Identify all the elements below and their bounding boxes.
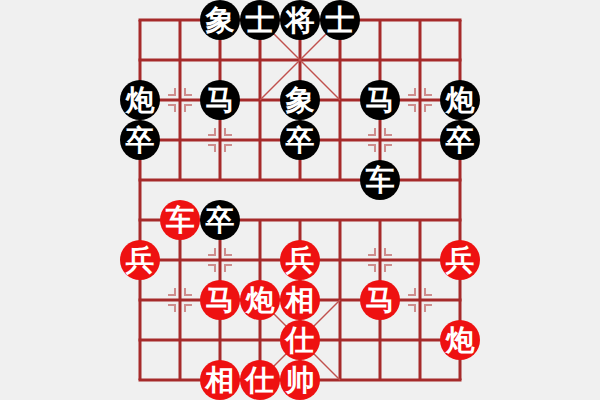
xiangqi-board: 象士将士炮马象马炮卒卒卒车车卒兵兵兵马炮相马仕炮相仕帅: [0, 0, 600, 400]
piece-red-horse[interactable]: 马: [360, 280, 400, 320]
piece-red-cannon[interactable]: 炮: [240, 280, 280, 320]
piece-black-pawn[interactable]: 卒: [440, 120, 480, 160]
piece-red-advisor[interactable]: 仕: [240, 360, 280, 400]
piece-red-pawn[interactable]: 兵: [440, 240, 480, 280]
piece-black-horse[interactable]: 马: [200, 80, 240, 120]
piece-red-chariot[interactable]: 车: [160, 200, 200, 240]
piece-black-elephant[interactable]: 象: [200, 0, 240, 40]
piece-red-horse[interactable]: 马: [200, 280, 240, 320]
piece-black-horse[interactable]: 马: [360, 80, 400, 120]
piece-black-pawn[interactable]: 卒: [280, 120, 320, 160]
piece-black-cannon[interactable]: 炮: [120, 80, 160, 120]
piece-black-advisor[interactable]: 士: [240, 0, 280, 40]
piece-black-cannon[interactable]: 炮: [440, 80, 480, 120]
piece-black-advisor[interactable]: 士: [320, 0, 360, 40]
piece-red-pawn[interactable]: 兵: [280, 240, 320, 280]
piece-red-advisor[interactable]: 仕: [280, 320, 320, 360]
piece-red-general[interactable]: 帅: [280, 360, 320, 400]
piece-black-pawn[interactable]: 卒: [120, 120, 160, 160]
pieces-layer: 象士将士炮马象马炮卒卒卒车车卒兵兵兵马炮相马仕炮相仕帅: [0, 0, 600, 400]
piece-red-elephant[interactable]: 相: [200, 360, 240, 400]
piece-red-pawn[interactable]: 兵: [120, 240, 160, 280]
piece-black-pawn[interactable]: 卒: [200, 200, 240, 240]
piece-red-cannon[interactable]: 炮: [440, 320, 480, 360]
piece-black-elephant[interactable]: 象: [280, 80, 320, 120]
piece-black-chariot[interactable]: 车: [360, 160, 400, 200]
piece-red-elephant[interactable]: 相: [280, 280, 320, 320]
piece-black-general[interactable]: 将: [280, 0, 320, 40]
